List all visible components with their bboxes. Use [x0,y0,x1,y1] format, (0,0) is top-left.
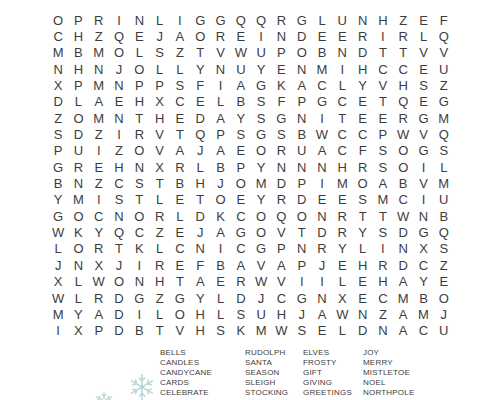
grid-cell: C [373,61,393,77]
grid-cell: F [190,257,210,273]
grid-cell: G [251,241,271,257]
grid-cell: U [251,45,271,61]
word-list-item: FROSTY [303,358,352,368]
grid-cell: Y [190,290,210,306]
grid-cell: T [292,224,312,240]
grid-cell: H [68,28,88,44]
grid-cell: P [292,257,312,273]
grid-cell: V [251,257,271,273]
grid-cell: N [292,61,312,77]
grid-cell: A [190,274,210,290]
grid-cell: X [48,274,68,290]
grid-cell: M [373,192,393,208]
grid-cell: Y [68,306,88,322]
grid-cell: D [109,290,129,306]
grid-cell: C [271,290,291,306]
grid-cell: R [89,290,109,306]
grid-cell: K [210,208,230,224]
grid-cell: O [129,61,149,77]
grid-cell: Y [251,159,271,175]
grid-cell: I [312,110,332,126]
grid-cell: E [413,94,433,110]
grid-cell: M [434,110,454,126]
word-list-item: CARDS [160,378,212,388]
grid-cell: B [231,94,251,110]
grid-cell: C [109,175,129,191]
word-list-item: SANTA [245,358,288,368]
grid-cell: G [48,159,68,175]
grid-cell: S [373,143,393,159]
grid-cell: H [373,12,393,28]
grid-cell: Y [352,224,372,240]
grid-cell: I [292,274,312,290]
grid-cell: B [210,159,230,175]
grid-cell: I [210,241,230,257]
grid-cell: G [210,12,230,28]
grid-cell: Y [89,224,109,240]
grid-cell: C [413,257,433,273]
grid-cell: J [190,224,210,240]
grid-cell: T [373,45,393,61]
grid-cell: T [170,274,190,290]
grid-cell: G [292,290,312,306]
grid-cell: B [68,45,88,61]
grid-cell: N [352,306,372,322]
grid-cell: L [68,290,88,306]
snowflake-icon [128,373,156,400]
grid-cell: W [251,274,271,290]
grid-cell: B [434,208,454,224]
grid-cell: P [89,323,109,339]
grid-cell: E [231,192,251,208]
grid-cell: A [373,175,393,191]
grid-cell: N [89,61,109,77]
grid-cell: A [292,77,312,93]
grid-cell: O [68,110,88,126]
word-search-worksheet: OPRINLIGGQQRGLUNHZEFCHZQEJAOREINDEERIRLQ… [0,0,500,400]
grid-cell: G [413,110,433,126]
snowflake-partial-icon [93,390,115,400]
grid-cell: E [312,323,332,339]
grid-cell: R [68,159,88,175]
grid-cell: S [292,323,312,339]
grid-cell: N [271,159,291,175]
grid-cell: Z [170,45,190,61]
grid-cell: O [68,208,88,224]
grid-cell: E [332,28,352,44]
grid-cell: M [68,192,88,208]
grid-cell: D [352,323,372,339]
grid-cell: O [170,306,190,322]
grid-cell: P [292,175,312,191]
grid-cell: N [413,208,433,224]
grid-cell: N [271,28,291,44]
grid-cell: O [393,159,413,175]
grid-cell: B [48,175,68,191]
grid-cell: R [332,224,352,240]
word-list-item: CANDYCANE [160,368,212,378]
grid-cell: C [170,241,190,257]
grid-cell: Q [251,12,271,28]
grid-cell: H [352,61,372,77]
grid-cell: I [413,192,433,208]
grid-cell: C [48,28,68,44]
grid-cell: T [149,323,169,339]
grid-cell: G [413,224,433,240]
grid-cell: M [312,61,332,77]
grid-cell: I [89,143,109,159]
grid-cell: B [170,175,190,191]
grid-cell: X [149,159,169,175]
grid-cell: Q [109,28,129,44]
grid-cell: C [129,224,149,240]
grid-cell: S [271,126,291,142]
grid-cell: I [89,192,109,208]
grid-cell: S [231,306,251,322]
grid-cell: X [68,323,88,339]
grid-cell: L [129,45,149,61]
grid-cell: U [434,323,454,339]
grid-cell: A [271,257,291,273]
grid-cell: P [48,143,68,159]
grid-cell: M [413,306,433,322]
word-list-item: BELLS [160,348,212,358]
grid-cell: D [109,323,129,339]
grid-cell: Q [109,224,129,240]
grid-cell: M [434,175,454,191]
grid-cell: S [373,159,393,175]
grid-cell: O [352,175,372,191]
grid-cell: C [413,323,433,339]
grid-cell: A [210,224,230,240]
grid-cell: O [190,28,210,44]
grid-cell: D [292,28,312,44]
grid-cell: Y [413,274,433,290]
grid-cell: B [129,323,149,339]
grid-cell: G [434,94,454,110]
grid-cell: S [413,77,433,93]
grid-cell: X [48,77,68,93]
grid-cell: Z [434,77,454,93]
grid-cell: E [170,224,190,240]
grid-cell: G [413,143,433,159]
grid-cell: H [149,274,169,290]
grid-cell: U [231,61,251,77]
grid-cell: G [231,224,251,240]
grid-cell: C [332,143,352,159]
grid-cell: S [210,323,230,339]
grid-cell: E [434,274,454,290]
grid-cell: L [210,290,230,306]
grid-cell: S [251,110,271,126]
grid-cell: X [89,257,109,273]
grid-cell: O [68,241,88,257]
grid-cell: N [109,110,129,126]
grid-cell: F [271,94,291,110]
grid-cell: M [393,290,413,306]
grid-cell: H [393,77,413,93]
grid-cell: G [170,290,190,306]
grid-cell: N [68,257,88,273]
grid-cell: L [149,12,169,28]
grid-cell: D [68,126,88,142]
grid-cell: S [251,94,271,110]
grid-cell: H [271,306,291,322]
grid-cell: Q [271,208,291,224]
word-list-item: GREETINGS [303,388,352,398]
grid-cell: B [393,175,413,191]
grid-cell: R [312,241,332,257]
grid-cell: R [170,159,190,175]
grid-cell: Z [109,143,129,159]
grid-cell: D [48,94,68,110]
word-list-item: SEASON [245,368,288,378]
grid-cell: G [129,290,149,306]
grid-cell: X [149,94,169,110]
grid-cell: Z [48,110,68,126]
grid-cell: O [109,45,129,61]
grid-cell: M [89,110,109,126]
grid-cell: E [170,257,190,273]
grid-cell: Z [89,28,109,44]
grid-cell: Y [332,241,352,257]
grid-cell: G [251,77,271,93]
grid-cell: C [332,94,352,110]
grid-cell: Z [89,126,109,142]
word-list-item: NOEL [363,378,414,388]
grid-cell: T [190,45,210,61]
grid-cell: R [332,208,352,224]
grid-cell: V [170,323,190,339]
grid-cell: R [231,274,251,290]
grid-cell: Y [190,61,210,77]
grid-cell: Z [89,175,109,191]
grid-cell: Z [393,12,413,28]
grid-cell: T [373,94,393,110]
grid-cell: E [352,110,372,126]
grid-cell: H [352,257,372,273]
word-list-item: GIFT [303,368,352,378]
grid-cell: E [312,192,332,208]
grid-cell: O [434,290,454,306]
grid-cell: E [170,110,190,126]
grid-cell: J [210,175,230,191]
grid-cell: A [393,306,413,322]
word-list-item: SLEIGH [245,378,288,388]
grid-cell: O [393,143,413,159]
grid-cell: L [149,192,169,208]
grid-cell: L [149,306,169,322]
grid-cell: S [109,192,129,208]
grid-cell: T [190,192,210,208]
grid-cell: R [271,12,291,28]
grid-cell: D [190,208,210,224]
grid-cell: N [190,241,210,257]
grid-cell: L [149,241,169,257]
grid-cell: E [89,159,109,175]
word-search-grid: OPRINLIGGQQRGLUNHZEFCHZQEJAOREINDEERIRLQ… [48,12,454,339]
grid-cell: E [271,61,291,77]
grid-cell: Q [231,12,251,28]
grid-cell: B [210,257,230,273]
grid-cell: Y [251,61,271,77]
grid-cell: R [129,126,149,142]
grid-cell: N [292,110,312,126]
grid-cell: Q [434,224,454,240]
grid-cell: N [129,274,149,290]
grid-cell: M [89,45,109,61]
grid-cell: M [48,306,68,322]
grid-cell: P [149,77,169,93]
grid-cell: N [312,290,332,306]
grid-cell: U [434,61,454,77]
grid-cell: R [373,257,393,273]
grid-cell: O [129,208,149,224]
grid-cell: V [149,126,169,142]
grid-cell: O [231,175,251,191]
grid-cell: H [109,159,129,175]
grid-cell: U [251,306,271,322]
grid-cell: B [292,126,312,142]
grid-cell: V [413,175,433,191]
grid-cell: L [434,159,454,175]
grid-cell: L [68,94,88,110]
grid-cell: E [231,143,251,159]
grid-cell: Q [434,28,454,44]
grid-cell: X [332,290,352,306]
grid-cell: E [332,192,352,208]
grid-cell: U [292,143,312,159]
grid-cell: G [312,94,332,110]
grid-cell: O [251,208,271,224]
grid-cell: E [413,12,433,28]
grid-cell: N [393,241,413,257]
grid-cell: H [129,94,149,110]
grid-cell: C [352,126,372,142]
grid-cell: P [271,45,291,61]
grid-cell: N [129,12,149,28]
grid-cell: N [129,159,149,175]
grid-cell: O [48,12,68,28]
grid-cell: I [332,61,352,77]
word-list-item: NORTHPOLE [363,388,414,398]
grid-cell: T [129,192,149,208]
grid-cell: Y [352,77,372,93]
grid-cell: W [48,290,68,306]
grid-cell: E [352,290,372,306]
grid-cell: W [393,208,413,224]
grid-cell: R [271,143,291,159]
grid-cell: T [352,208,372,224]
grid-cell: O [251,143,271,159]
grid-cell: L [190,159,210,175]
grid-cell: I [129,306,149,322]
grid-cell: Q [434,126,454,142]
grid-cell: W [393,126,413,142]
grid-cell: S [373,224,393,240]
word-list: BELLSCANDLESCANDYCANECARDSCELEBRATERUDOL… [0,348,500,400]
word-list-item: GIVING [303,378,352,388]
grid-cell: I [373,241,393,257]
grid-cell: Q [393,94,413,110]
grid-cell: V [373,77,393,93]
word-list-item: JOY [363,348,414,358]
grid-cell: I [210,77,230,93]
word-list-item: CANDLES [160,358,212,368]
grid-cell: I [170,12,190,28]
grid-cell: P [271,241,291,257]
grid-cell: L [413,28,433,44]
word-list-item: RUDOLPH [245,348,288,358]
grid-cell: O [251,224,271,240]
grid-cell: I [312,175,332,191]
grid-cell: G [48,208,68,224]
grid-cell: W [231,45,251,61]
grid-cell: S [129,175,149,191]
grid-cell: N [373,323,393,339]
grid-cell: C [393,192,413,208]
grid-cell: R [210,28,230,44]
grid-cell: P [231,159,251,175]
grid-cell: A [170,28,190,44]
grid-cell: L [332,323,352,339]
grid-cell: M [332,175,352,191]
grid-cell: E [231,28,251,44]
grid-cell: N [109,77,129,93]
grid-cell: V [271,274,291,290]
grid-cell: J [312,257,332,273]
grid-cell: W [48,224,68,240]
grid-cell: G [251,126,271,142]
grid-cell: R [89,241,109,257]
word-list-item: ELVES [303,348,352,358]
grid-cell: N [332,45,352,61]
grid-cell: T [129,110,149,126]
grid-cell: A [210,143,230,159]
grid-cell: K [129,241,149,257]
grid-cell: Z [373,306,393,322]
grid-cell: H [68,61,88,77]
grid-cell: H [190,175,210,191]
grid-cell: J [149,28,169,44]
grid-cell: U [332,12,352,28]
grid-cell: M [251,323,271,339]
grid-cell: G [292,12,312,28]
grid-cell: B [413,290,433,306]
grid-cell: N [292,159,312,175]
grid-cell: C [231,241,251,257]
grid-cell: E [373,110,393,126]
grid-cell: P [373,126,393,142]
grid-cell: E [332,257,352,273]
grid-cell: S [231,126,251,142]
grid-cell: L [312,12,332,28]
grid-cell: T [109,241,129,257]
grid-cell: L [210,306,230,322]
grid-cell: V [149,143,169,159]
grid-cell: A [210,110,230,126]
grid-cell: H [373,274,393,290]
grid-cell: V [271,224,291,240]
grid-cell: V [434,45,454,61]
grid-cell: K [271,77,291,93]
grid-cell: B [312,45,332,61]
grid-cell: N [292,241,312,257]
grid-cell: O [292,45,312,61]
grid-cell: E [129,28,149,44]
grid-cell: N [210,61,230,77]
grid-cell: G [271,110,291,126]
